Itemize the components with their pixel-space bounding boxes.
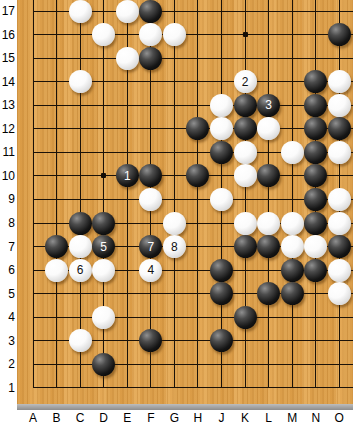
row-label-13: 13: [0, 97, 15, 113]
grid-line-col-K: [245, 0, 246, 388]
stone-O9[interactable]: [328, 188, 351, 211]
grid-line-col-M: [292, 0, 293, 388]
col-label-C: C: [68, 410, 92, 426]
move-number-7: 7: [147, 241, 154, 253]
stone-E17[interactable]: [116, 0, 139, 23]
stone-K7[interactable]: [234, 235, 257, 258]
col-label-A: A: [21, 410, 45, 426]
row-label-12: 12: [0, 121, 15, 137]
stone-O5[interactable]: [328, 282, 351, 305]
stone-K4[interactable]: [234, 306, 257, 329]
stone-N13[interactable]: [304, 94, 327, 117]
stone-K14[interactable]: 2: [234, 70, 257, 93]
grid-line-col-A: [33, 0, 34, 388]
move-number-1: 1: [124, 170, 131, 182]
col-label-D: D: [92, 410, 116, 426]
stone-C7[interactable]: [69, 235, 92, 258]
stone-C17[interactable]: [69, 0, 92, 23]
stone-G7[interactable]: 8: [163, 235, 186, 258]
grid-line-col-B: [56, 0, 57, 388]
stone-E15[interactable]: [116, 47, 139, 70]
stone-F15[interactable]: [139, 47, 162, 70]
col-label-K: K: [233, 410, 257, 426]
move-number-5: 5: [100, 241, 107, 253]
stone-G8[interactable]: [163, 212, 186, 235]
goban[interactable]: [17, 0, 353, 404]
stone-L13[interactable]: 3: [257, 94, 280, 117]
col-label-F: F: [139, 410, 163, 426]
row-label-16: 16: [0, 27, 15, 43]
col-label-N: N: [304, 410, 328, 426]
stone-C8[interactable]: [69, 212, 92, 235]
col-label-M: M: [280, 410, 304, 426]
stone-N11[interactable]: [304, 141, 327, 164]
row-label-11: 11: [0, 144, 15, 160]
grid-line-col-G: [174, 0, 175, 388]
stone-C3[interactable]: [69, 329, 92, 352]
stone-D6[interactable]: [92, 259, 115, 282]
stone-K12[interactable]: [234, 117, 257, 140]
stone-C14[interactable]: [69, 70, 92, 93]
row-label-8: 8: [0, 215, 15, 231]
row-label-9: 9: [0, 191, 15, 207]
row-label-15: 15: [0, 50, 15, 66]
stone-O16[interactable]: [328, 23, 351, 46]
stone-L8[interactable]: [257, 212, 280, 235]
row-label-17: 17: [0, 3, 15, 19]
stone-M8[interactable]: [281, 212, 304, 235]
col-label-H: H: [186, 410, 210, 426]
row-label-14: 14: [0, 74, 15, 90]
stone-J9[interactable]: [210, 188, 233, 211]
col-label-G: G: [162, 410, 186, 426]
stone-O11[interactable]: [328, 141, 351, 164]
stone-B6[interactable]: [45, 259, 68, 282]
row-label-7: 7: [0, 239, 15, 255]
stone-K11[interactable]: [234, 141, 257, 164]
stone-D2[interactable]: [92, 353, 115, 376]
stone-O13[interactable]: [328, 94, 351, 117]
stone-O8[interactable]: [328, 212, 351, 235]
stone-E10[interactable]: 1: [116, 164, 139, 187]
row-label-1: 1: [0, 380, 15, 396]
star-point-K16: [243, 32, 248, 37]
stone-O12[interactable]: [328, 117, 351, 140]
stone-O14[interactable]: [328, 70, 351, 93]
stone-K13[interactable]: [234, 94, 257, 117]
row-label-2: 2: [0, 356, 15, 372]
col-label-E: E: [115, 410, 139, 426]
stone-B7[interactable]: [45, 235, 68, 258]
star-point-D10: [101, 173, 106, 178]
row-label-6: 6: [0, 262, 15, 278]
stone-C6[interactable]: 6: [69, 259, 92, 282]
stone-M5[interactable]: [281, 282, 304, 305]
stone-D8[interactable]: [92, 212, 115, 235]
stone-D4[interactable]: [92, 306, 115, 329]
stone-O7[interactable]: [328, 235, 351, 258]
row-label-5: 5: [0, 286, 15, 302]
stone-F17[interactable]: [139, 0, 162, 23]
go-client-board-view: 231578641716151413121110987654321ABCDEFG…: [0, 0, 353, 428]
stone-K8[interactable]: [234, 212, 257, 235]
stone-G16[interactable]: [163, 23, 186, 46]
col-label-L: L: [257, 410, 281, 426]
stone-J6[interactable]: [210, 259, 233, 282]
stone-M11[interactable]: [281, 141, 304, 164]
stone-F6[interactable]: 4: [139, 259, 162, 282]
col-label-B: B: [45, 410, 69, 426]
stone-J11[interactable]: [210, 141, 233, 164]
grid-line-col-H: [197, 0, 198, 388]
stone-O6[interactable]: [328, 259, 351, 282]
grid-line-col-D: [103, 0, 104, 388]
move-number-8: 8: [171, 241, 178, 253]
move-number-4: 4: [147, 264, 154, 276]
grid-line-col-L: [268, 0, 269, 388]
col-label-J: J: [209, 410, 233, 426]
stone-M6[interactable]: [281, 259, 304, 282]
stone-K10[interactable]: [234, 164, 257, 187]
stone-M7[interactable]: [281, 235, 304, 258]
move-number-6: 6: [77, 264, 84, 276]
row-label-3: 3: [0, 333, 15, 349]
col-label-O: O: [327, 410, 351, 426]
move-number-3: 3: [265, 99, 272, 111]
row-label-4: 4: [0, 309, 15, 325]
row-label-10: 10: [0, 168, 15, 184]
stone-J13[interactable]: [210, 94, 233, 117]
stone-N6[interactable]: [304, 259, 327, 282]
move-number-2: 2: [242, 76, 249, 88]
stone-N8[interactable]: [304, 212, 327, 235]
